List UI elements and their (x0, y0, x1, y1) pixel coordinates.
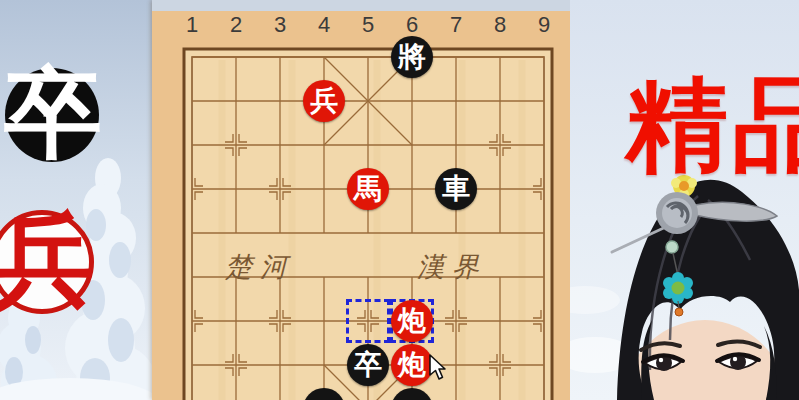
column-label-2: 2 (224, 12, 248, 38)
piece-char: 車 (442, 175, 470, 203)
column-label-5: 5 (356, 12, 380, 38)
piece-char: 炮 (398, 307, 426, 335)
column-label-1: 1 (180, 12, 204, 38)
piece-char: 將 (398, 43, 426, 71)
column-label-7: 7 (444, 12, 468, 38)
piece-char: 炮 (398, 351, 426, 379)
column-label-8: 8 (488, 12, 512, 38)
mouse-cursor (427, 353, 447, 381)
red-medallion-char: 兵 (0, 208, 95, 310)
xiangqi-board[interactable]: 楚河 漢界 123456789 將兵馬車炮卒炮 (152, 0, 570, 400)
column-label-3: 3 (268, 12, 292, 38)
xiangqi-video-frame: 卒 兵 (0, 0, 799, 400)
column-label-4: 4 (312, 12, 336, 38)
river-text-right: 漢界 (417, 251, 487, 282)
woman-portrait-art (570, 170, 799, 400)
column-label-9: 9 (532, 12, 556, 38)
move-from-marker (346, 299, 390, 343)
piece-red-soldier[interactable]: 兵 (303, 80, 345, 122)
piece-char: 卒 (354, 351, 382, 379)
piece-char: 兵 (310, 87, 338, 115)
piece-black-general[interactable]: 將 (391, 36, 433, 78)
right-decor-panel: 精品 (570, 0, 799, 400)
piece-black-chariot[interactable]: 車 (435, 168, 477, 210)
black-medallion-char: 卒 (3, 64, 103, 162)
piece-char: 馬 (354, 175, 382, 203)
river-text-left: 楚河 (225, 251, 295, 282)
piece-black-soldier[interactable]: 卒 (347, 344, 389, 386)
piece-red-cannon-front[interactable]: 炮 (391, 300, 433, 342)
piece-red-horse[interactable]: 馬 (347, 168, 389, 210)
column-label-6: 6 (400, 12, 424, 38)
left-decor-panel: 卒 兵 (0, 0, 152, 400)
brand-title: 精品 (626, 58, 799, 195)
